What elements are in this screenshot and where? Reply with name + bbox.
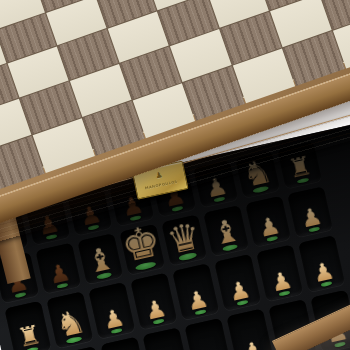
rook-glyph: ♜ xyxy=(16,322,44,350)
piece-light-knight: ♞ xyxy=(53,305,90,346)
tray-cell-r2c2: ♟ xyxy=(88,282,135,339)
tray-cell-r2c7: ♟ xyxy=(298,235,345,292)
pawn-glyph: ♟ xyxy=(240,338,266,350)
tray-cell-r1c2: ♝ xyxy=(77,233,123,284)
piece-light-pawn: ♟ xyxy=(143,296,170,326)
piece-dark-pawn: ♟ xyxy=(47,260,74,290)
pawn-glyph: ♟ xyxy=(47,260,73,287)
tray-cell-r2c1: ♞ xyxy=(46,291,93,348)
pawn-glyph: ♟ xyxy=(185,287,211,314)
tray-cell-r2c0: ♜ xyxy=(4,301,51,350)
tray-cell-r1c7: ♟ xyxy=(287,186,333,237)
pawn-glyph: ♟ xyxy=(269,268,295,295)
piece-light-king: ♚ xyxy=(118,220,166,273)
tray-cell-r3c2: ♟ xyxy=(101,337,149,350)
piece-light-pawn: ♟ xyxy=(240,338,267,350)
knight-glyph: ♞ xyxy=(53,305,89,342)
pawn-glyph: ♟ xyxy=(227,278,253,305)
piece-light-pawn: ♟ xyxy=(256,214,283,244)
piece-light-pawn: ♟ xyxy=(311,259,338,289)
pawn-glyph: ♟ xyxy=(256,214,282,241)
king-glyph: ♚ xyxy=(118,220,165,268)
pawn-glyph: ♟ xyxy=(143,296,169,323)
bishop-glyph: ♝ xyxy=(84,243,118,278)
pawn-glyph: ♟ xyxy=(311,259,337,286)
piece-light-bishop: ♝ xyxy=(210,215,244,253)
piece-light-pawn: ♟ xyxy=(227,278,254,308)
tray-cell-r3c1: ♟ xyxy=(59,346,107,350)
piece-light-queen: ♛ xyxy=(164,218,205,264)
piece-light-pawn: ♟ xyxy=(298,204,325,234)
tray-cell-r1c4: ♛ xyxy=(161,214,207,265)
tray-cell-r2c4: ♟ xyxy=(172,263,219,320)
tray-cell-r1c1: ♟ xyxy=(35,243,81,294)
bishop-glyph: ♝ xyxy=(210,215,244,250)
plaque-brand-text: MANOPOULOS xyxy=(144,179,177,190)
tray-cell-r1c6: ♟ xyxy=(245,196,291,247)
piece-light-pawn: ♟ xyxy=(269,268,296,298)
tray-cell-r3c3: ♟ xyxy=(143,327,191,350)
queen-glyph: ♛ xyxy=(164,218,204,260)
tray-cell-r3c4: ♟ xyxy=(184,318,232,350)
piece-light-rook: ♜ xyxy=(16,322,45,350)
tray-cell-r2c6: ♟ xyxy=(256,245,303,302)
chess-box-photo: ♟♟♟♟♟♟♞♜♟♟♝♚♛♝♟♟♜♞♟♟♟♟♟♟♟♟♟♟♟♟♟♟ ♟ MANOP… xyxy=(0,0,350,350)
piece-light-bishop: ♝ xyxy=(84,243,118,281)
maker-crest-icon: ♟ xyxy=(155,171,164,180)
tray-cell-r3c5: ♟ xyxy=(226,309,274,350)
tray-cell-r1c5: ♝ xyxy=(203,205,249,256)
pawn-glyph: ♟ xyxy=(101,306,127,333)
tray-cell-r1c3: ♚ xyxy=(119,224,165,275)
piece-light-pawn: ♟ xyxy=(185,287,212,317)
tray-cell-r2c5: ♟ xyxy=(214,254,261,311)
pawn-glyph: ♟ xyxy=(298,204,324,231)
piece-light-pawn: ♟ xyxy=(101,306,128,336)
piece-light-rook: ♜ xyxy=(286,153,315,185)
tray-cell-r2c3: ♟ xyxy=(130,273,177,330)
